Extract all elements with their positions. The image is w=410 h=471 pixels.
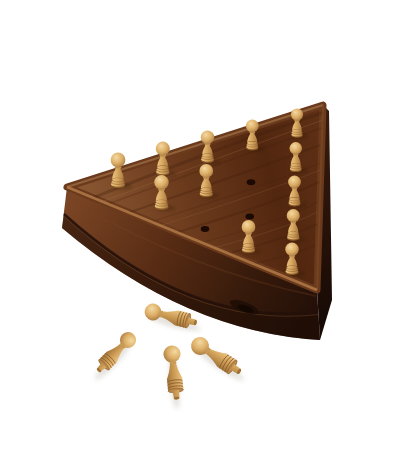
empty-hole-9[interactable] — [245, 214, 254, 220]
empty-hole-8[interactable] — [247, 179, 256, 185]
scene — [0, 0, 410, 471]
loose-peg-4[interactable] — [188, 334, 246, 380]
loose-peg-2[interactable] — [92, 329, 139, 377]
empty-hole-6[interactable] — [201, 226, 210, 232]
loose-peg-3[interactable] — [163, 345, 186, 401]
screenshot-root — [0, 0, 410, 471]
